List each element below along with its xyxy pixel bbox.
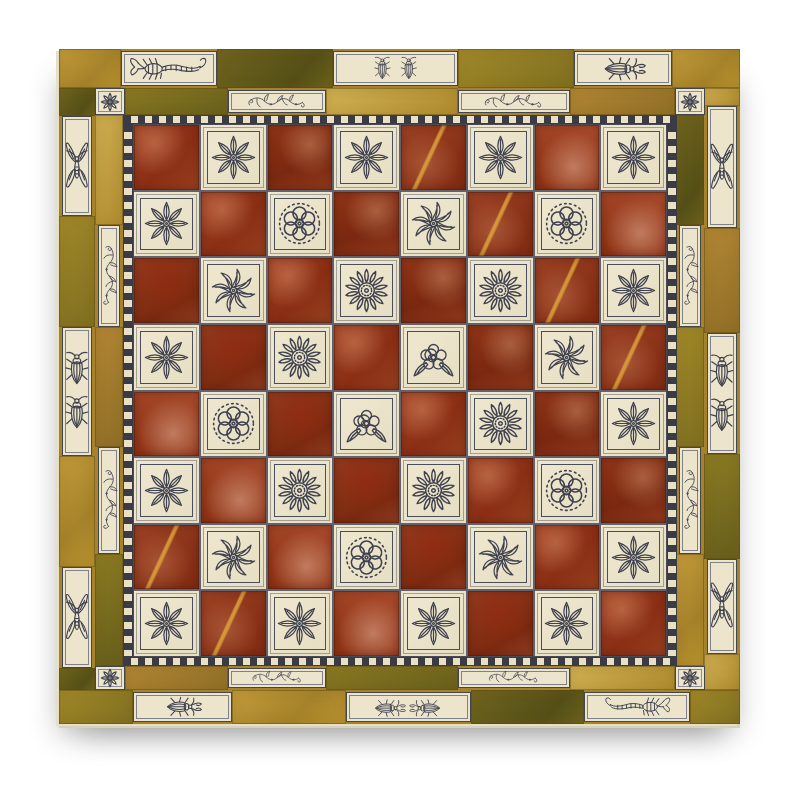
square-a6[interactable] — [134, 258, 199, 323]
amber-tile — [59, 216, 95, 327]
checker-band-right — [667, 124, 677, 657]
square-h8[interactable] — [601, 125, 666, 190]
square-b7[interactable] — [201, 192, 266, 257]
inner-ring-top — [95, 88, 705, 115]
beetle-pair-plaque — [333, 51, 458, 86]
square-e1[interactable] — [401, 591, 466, 656]
chessboard-photo — [0, 0, 800, 788]
amber-tile — [95, 554, 123, 666]
inner-ring-bottom — [95, 666, 705, 690]
square-d6[interactable] — [334, 258, 399, 323]
scorpion-plaque — [121, 51, 217, 86]
amber-tile — [704, 88, 740, 106]
square-b8[interactable] — [201, 125, 266, 190]
square-f7[interactable] — [468, 192, 533, 257]
amber-tile — [59, 456, 95, 567]
square-c7[interactable] — [268, 192, 333, 257]
scroll-plaque — [98, 447, 120, 554]
amber-tile — [59, 690, 133, 724]
scroll-plaque — [458, 90, 570, 113]
square-a8[interactable] — [134, 125, 199, 190]
playing-field — [133, 124, 667, 657]
square-f5[interactable] — [468, 325, 533, 390]
square-d3[interactable] — [334, 458, 399, 523]
square-d5[interactable] — [334, 325, 399, 390]
amber-tile — [471, 690, 585, 724]
amber-tile — [326, 666, 458, 690]
square-h7[interactable] — [601, 192, 666, 257]
square-h1[interactable] — [601, 591, 666, 656]
square-h4[interactable] — [601, 392, 666, 457]
amber-tile — [217, 49, 333, 88]
square-d1[interactable] — [334, 591, 399, 656]
scroll-plaque — [458, 668, 570, 688]
checker-band-bottom — [123, 657, 677, 666]
scroll-plaque — [228, 668, 326, 688]
square-f3[interactable] — [468, 458, 533, 523]
square-f8[interactable] — [468, 125, 533, 190]
scorpion-plaque — [584, 692, 690, 722]
square-g3[interactable] — [535, 458, 600, 523]
amber-tile — [125, 88, 228, 115]
rosette-corner-tile — [95, 88, 125, 115]
amber-tile — [570, 666, 675, 690]
moth-plaque — [707, 559, 737, 654]
amber-tile — [704, 228, 740, 333]
beetle-pair-v-plaque — [62, 327, 92, 456]
square-e4[interactable] — [401, 392, 466, 457]
inner-ring-right — [676, 115, 704, 666]
square-d7[interactable] — [334, 192, 399, 257]
amber-tile — [704, 654, 740, 690]
square-e8[interactable] — [401, 125, 466, 190]
square-a2[interactable] — [134, 525, 199, 590]
square-b1[interactable] — [201, 591, 266, 656]
chessboard — [59, 49, 740, 724]
scroll-plaque — [98, 225, 120, 327]
square-c4[interactable] — [268, 392, 333, 457]
amber-tile — [676, 115, 704, 225]
square-b2[interactable] — [201, 525, 266, 590]
square-g6[interactable] — [535, 258, 600, 323]
amber-tile — [704, 454, 740, 559]
amber-tile — [95, 115, 123, 225]
checker-band-left — [123, 124, 133, 657]
square-f2[interactable] — [468, 525, 533, 590]
square-a1[interactable] — [134, 591, 199, 656]
square-e3[interactable] — [401, 458, 466, 523]
stag-beetle-plaque — [574, 51, 672, 86]
square-e2[interactable] — [401, 525, 466, 590]
square-b3[interactable] — [201, 458, 266, 523]
square-h2[interactable] — [601, 525, 666, 590]
square-h5[interactable] — [601, 325, 666, 390]
checker-band-top — [123, 115, 677, 124]
square-d8[interactable] — [334, 125, 399, 190]
rosette-corner-tile — [675, 88, 705, 115]
square-e5[interactable] — [401, 325, 466, 390]
square-c5[interactable] — [268, 325, 333, 390]
square-g1[interactable] — [535, 591, 600, 656]
amber-tile — [125, 666, 228, 690]
frame-left — [59, 88, 95, 690]
amber-tile — [676, 554, 704, 666]
square-c3[interactable] — [268, 458, 333, 523]
square-c6[interactable] — [268, 258, 333, 323]
scroll-plaque — [228, 90, 326, 113]
square-g7[interactable] — [535, 192, 600, 257]
amber-tile — [59, 668, 95, 690]
square-g4[interactable] — [535, 392, 600, 457]
stag-beetle-plaque — [133, 692, 232, 722]
rosette-corner-tile — [95, 666, 125, 690]
stag-pair-plaque — [346, 692, 471, 722]
moth-plaque — [62, 567, 92, 668]
square-b6[interactable] — [201, 258, 266, 323]
square-a3[interactable] — [134, 458, 199, 523]
amber-tile — [326, 88, 458, 115]
amber-tile — [690, 690, 740, 724]
amber-tile — [59, 88, 95, 116]
frame-top — [59, 49, 740, 88]
square-d2[interactable] — [334, 525, 399, 590]
square-g8[interactable] — [535, 125, 600, 190]
square-h6[interactable] — [601, 258, 666, 323]
square-f1[interactable] — [468, 591, 533, 656]
square-a4[interactable] — [134, 392, 199, 457]
square-g5[interactable] — [535, 325, 600, 390]
square-c2[interactable] — [268, 525, 333, 590]
square-h3[interactable] — [601, 458, 666, 523]
square-d4[interactable] — [334, 392, 399, 457]
square-a7[interactable] — [134, 192, 199, 257]
moth-plaque — [707, 106, 737, 228]
amber-tile — [59, 49, 121, 88]
square-f4[interactable] — [468, 392, 533, 457]
amber-tile — [676, 327, 704, 447]
square-f6[interactable] — [468, 258, 533, 323]
square-g2[interactable] — [535, 525, 600, 590]
amber-tile — [458, 49, 574, 88]
scroll-plaque — [679, 225, 701, 327]
square-c1[interactable] — [268, 591, 333, 656]
frame-bottom — [59, 690, 740, 724]
square-c8[interactable] — [268, 125, 333, 190]
scroll-plaque — [679, 447, 701, 554]
square-a5[interactable] — [134, 325, 199, 390]
beetle-pair-v-plaque — [707, 333, 737, 454]
amber-tile — [672, 49, 740, 88]
moth-plaque — [62, 116, 92, 216]
square-b4[interactable] — [201, 392, 266, 457]
square-e7[interactable] — [401, 192, 466, 257]
amber-tile — [95, 327, 123, 447]
amber-tile — [232, 690, 346, 724]
frame-right — [704, 88, 740, 690]
inner-ring-left — [95, 115, 123, 666]
amber-tile — [570, 88, 675, 115]
rosette-corner-tile — [675, 666, 705, 690]
square-e6[interactable] — [401, 258, 466, 323]
square-b5[interactable] — [201, 325, 266, 390]
